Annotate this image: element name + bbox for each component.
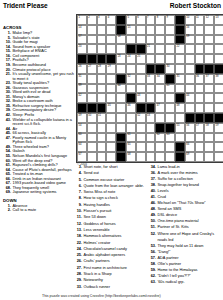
cell-number: 17 [78, 35, 81, 38]
white-cell [106, 25, 116, 35]
white-cell [214, 44, 223, 54]
white-cell [146, 84, 156, 94]
white-cell: 52 [136, 113, 146, 123]
white-cell [204, 44, 214, 54]
white-cell [97, 84, 107, 94]
white-cell [87, 152, 97, 162]
white-cell [126, 64, 136, 74]
white-cell: 6 [136, 15, 146, 25]
white-cell [195, 54, 205, 64]
white-cell [175, 113, 185, 123]
cell-number: 68 [127, 153, 130, 156]
white-cell [106, 84, 116, 94]
white-cell: 16 [185, 25, 195, 35]
white-cell [214, 103, 223, 113]
white-cell: 24 [126, 54, 136, 64]
cell-number: 64 [78, 143, 81, 146]
white-cell: 2 [87, 15, 97, 25]
cell-number: 12 [206, 16, 209, 19]
cell-number: 60 [78, 133, 81, 136]
clue-item: 33.Outback runner [74, 284, 146, 290]
white-cell [87, 142, 97, 152]
white-cell [195, 84, 205, 94]
white-cell [146, 35, 156, 45]
white-cell: 25 [136, 54, 146, 64]
black-cell [195, 64, 205, 74]
white-cell: 46 [126, 103, 136, 113]
white-cell [87, 133, 97, 143]
clue-item: 55.Nelson Mandela's first language [3, 154, 74, 159]
cell-number: 30 [167, 65, 170, 68]
black-cell [175, 152, 185, 162]
white-cell [136, 25, 146, 35]
black-cell [87, 54, 97, 64]
white-cell: 1 [77, 15, 87, 25]
white-cell: 36 [195, 74, 205, 84]
black-cell [136, 44, 146, 54]
cell-number: 52 [137, 114, 140, 117]
black-cell [116, 15, 126, 25]
white-cell [204, 103, 214, 113]
clue-item: 43.Wielder of a collapsible katana in a … [3, 118, 74, 127]
white-cell: 43 [136, 93, 146, 103]
white-cell: 7 [146, 15, 156, 25]
white-cell [214, 54, 223, 64]
white-cell: 8 [155, 15, 165, 25]
clue-item: 69.Japanese writing systems [3, 190, 74, 195]
white-cell [175, 133, 185, 143]
white-cell [195, 93, 205, 103]
white-cell: 47 [155, 103, 165, 113]
white-cell [87, 74, 97, 84]
puzzle-author: Robert Stockton [170, 2, 221, 10]
white-cell [106, 113, 116, 123]
black-cell [214, 113, 223, 123]
white-cell [185, 54, 195, 64]
white-cell [97, 44, 107, 54]
white-cell [155, 93, 165, 103]
white-cell [214, 133, 223, 143]
white-cell [204, 142, 214, 152]
white-cell [185, 103, 195, 113]
white-cell [116, 113, 126, 123]
white-cell: 50 [87, 113, 97, 123]
black-cell [175, 25, 185, 35]
black-cell [204, 64, 214, 74]
clue-number: 21. [3, 72, 11, 77]
white-cell: 42 [77, 93, 87, 103]
white-cell [214, 152, 223, 162]
white-cell: 65 [126, 142, 136, 152]
white-cell [195, 44, 205, 54]
white-cell: 13 [214, 15, 223, 25]
white-cell: 60 [77, 133, 87, 143]
white-cell: 64 [77, 142, 87, 152]
cell-number: 35 [176, 75, 179, 78]
white-cell [155, 152, 165, 162]
white-cell: 48 [175, 103, 185, 113]
cell-number: 20 [78, 45, 81, 48]
across-header: ACROSS [3, 25, 74, 30]
cell-number: 46 [127, 104, 130, 107]
cell-number: 62 [157, 133, 160, 136]
white-cell [185, 44, 195, 54]
white-cell [126, 35, 136, 45]
white-cell: 49 [77, 113, 87, 123]
cell-number: 66 [186, 143, 189, 146]
cell-number: 21 [147, 45, 150, 48]
cell-number: 57 [196, 124, 199, 127]
white-cell: 62 [155, 133, 165, 143]
black-cell [116, 142, 126, 152]
black-cell [77, 103, 87, 113]
cell-number: 39 [78, 84, 81, 87]
cell-number: 10 [186, 16, 189, 19]
cell-number: 63 [167, 133, 170, 136]
white-cell [165, 93, 175, 103]
white-cell [116, 103, 126, 113]
clue-item: 47.Poorly named castle in a Monty Python… [3, 136, 74, 145]
white-cell [136, 152, 146, 162]
white-cell [97, 123, 107, 133]
white-cell [214, 93, 223, 103]
white-cell: 56 [185, 123, 195, 133]
clue-number: 33. [74, 284, 82, 290]
black-cell [116, 74, 126, 84]
white-cell [97, 93, 107, 103]
white-cell [136, 35, 146, 45]
cell-number: 8 [157, 16, 159, 19]
white-cell [185, 74, 195, 84]
white-cell: 4 [106, 15, 116, 25]
white-cell [165, 152, 175, 162]
white-cell [146, 133, 156, 143]
white-cell [175, 64, 185, 74]
cell-number: 7 [147, 16, 149, 19]
cell-number: 44 [186, 94, 189, 97]
white-cell [204, 133, 214, 143]
white-cell [214, 84, 223, 94]
white-cell: 45 [106, 103, 116, 113]
cell-number: 25 [137, 55, 140, 58]
black-cell [136, 103, 146, 113]
black-cell [106, 54, 116, 64]
white-cell [185, 84, 195, 94]
white-cell: 63 [165, 133, 175, 143]
white-cell [126, 84, 136, 94]
black-cell [165, 123, 175, 133]
white-cell [126, 113, 136, 123]
black-cell [97, 54, 107, 64]
white-cell [155, 113, 165, 123]
cell-number: 43 [137, 94, 140, 97]
white-cell [195, 25, 205, 35]
white-cell: 14 [77, 25, 87, 35]
white-cell [155, 25, 165, 35]
black-cell [155, 64, 165, 74]
cell-number: 45 [108, 104, 111, 107]
cell-number: 49 [78, 114, 81, 117]
down-clue-list-left: 1.Absence2.Call to a mate [3, 204, 74, 213]
white-cell: 39 [77, 84, 87, 94]
white-cell: 18 [116, 35, 126, 45]
white-cell [165, 113, 175, 123]
cell-number: 61 [127, 133, 130, 136]
clue-item: 2.Call to a mate [3, 208, 74, 213]
white-cell [195, 142, 205, 152]
white-cell: 23 [116, 54, 126, 64]
cell-number: 48 [176, 104, 179, 107]
white-cell [87, 44, 97, 54]
white-cell [204, 152, 214, 162]
white-cell: 41 [165, 84, 175, 94]
clue-number: 43. [3, 118, 11, 123]
down-clue-list-right: 34.Lama lead-in36.A mark over the minims… [148, 164, 222, 285]
white-cell: 53 [146, 113, 156, 123]
white-cell [87, 35, 97, 45]
white-cell: 69 [185, 152, 195, 162]
cell-number: 56 [186, 124, 189, 127]
cell-number: 11 [196, 16, 199, 19]
white-cell: 35 [175, 74, 185, 84]
cell-number: 2 [88, 16, 90, 19]
clue-number: 63. [148, 279, 156, 285]
white-cell [136, 133, 146, 143]
white-cell: 40 [116, 84, 126, 94]
white-cell [146, 93, 156, 103]
white-cell [106, 74, 116, 84]
white-cell [126, 123, 136, 133]
cell-number: 38 [216, 75, 219, 78]
white-cell [146, 54, 156, 64]
clue-number: 69. [3, 190, 11, 195]
white-cell: 29 [106, 64, 116, 74]
cell-number: 47 [157, 104, 160, 107]
cell-number: 15 [127, 26, 130, 29]
white-cell [116, 64, 126, 74]
cell-number: 37 [206, 75, 209, 78]
cell-number: 3 [98, 16, 100, 19]
clue-number: 47. [3, 136, 11, 141]
cell-number: 27 [88, 65, 91, 68]
cell-number: 59 [216, 124, 219, 127]
white-cell [204, 84, 214, 94]
cell-number: 19 [186, 35, 189, 38]
crossword-grid: 1234567891011121314151617181920212223242… [76, 14, 223, 163]
white-cell: 17 [77, 35, 87, 45]
white-cell [97, 74, 107, 84]
white-cell: 67 [77, 152, 87, 162]
cell-number: 16 [186, 26, 189, 29]
white-cell: 33 [146, 74, 156, 84]
cell-number: 67 [78, 153, 81, 156]
white-cell: 44 [185, 93, 195, 103]
white-cell [97, 35, 107, 45]
white-cell [136, 123, 146, 133]
black-cell [126, 44, 136, 54]
black-cell [87, 103, 97, 113]
cell-number: 24 [127, 55, 130, 58]
clue-number: 2. [3, 208, 11, 213]
white-cell: 22 [175, 44, 185, 54]
white-cell [87, 123, 97, 133]
white-cell [214, 35, 223, 45]
black-cell [146, 64, 156, 74]
white-cell [155, 35, 165, 45]
white-cell: 26 [77, 64, 87, 74]
white-cell [106, 123, 116, 133]
black-cell [175, 35, 185, 45]
white-cell: 5 [126, 15, 136, 25]
white-cell: 3 [97, 15, 107, 25]
white-cell [97, 25, 107, 35]
white-cell [155, 84, 165, 94]
black-cell [175, 15, 185, 25]
white-cell [106, 152, 116, 162]
white-cell: 34 [155, 74, 165, 84]
white-cell [116, 44, 126, 54]
black-cell [165, 74, 175, 84]
white-cell: 58 [204, 123, 214, 133]
cell-number: 32 [127, 75, 130, 78]
down-clue-list-middle: 3.Short note, for short4.Send out5.Commo… [74, 164, 146, 290]
white-cell [87, 93, 97, 103]
white-cell: 31 [77, 74, 87, 84]
down-header: DOWN [3, 198, 74, 203]
black-cell [116, 25, 126, 35]
white-cell: 27 [87, 64, 97, 74]
white-cell [165, 44, 175, 54]
cell-number: 69 [186, 153, 189, 156]
white-cell [87, 25, 97, 35]
cell-number: 6 [137, 16, 139, 19]
cell-number: 54 [78, 124, 81, 127]
white-cell: 37 [204, 74, 214, 84]
white-cell [155, 142, 165, 152]
white-cell [185, 64, 195, 74]
white-cell: 66 [185, 142, 195, 152]
white-cell: 61 [126, 133, 136, 143]
white-cell [175, 54, 185, 64]
cell-number: 36 [196, 75, 199, 78]
black-cell [214, 64, 223, 74]
cell-number: 53 [147, 114, 150, 117]
cell-number: 65 [127, 143, 130, 146]
clue-item: 52.Where one of Hope and Crosby's roads … [148, 231, 222, 243]
cell-number: 5 [127, 16, 129, 19]
white-cell [165, 35, 175, 45]
cell-number: 51 [98, 114, 101, 117]
white-cell: 12 [204, 15, 214, 25]
clue-item: 21.It's usually unwelcome, yet you rush … [3, 72, 74, 81]
white-cell [185, 133, 195, 143]
white-cell: 30 [165, 64, 175, 74]
cell-number: 42 [78, 94, 81, 97]
white-cell [175, 84, 185, 94]
black-cell [175, 142, 185, 152]
cell-number: 28 [98, 65, 101, 68]
cell-number: 14 [78, 26, 81, 29]
white-cell [116, 93, 126, 103]
white-cell: 54 [77, 123, 87, 133]
white-cell [106, 35, 116, 45]
cell-number: 34 [157, 75, 160, 78]
white-cell [146, 25, 156, 35]
white-cell [106, 44, 116, 54]
white-cell [87, 84, 97, 94]
white-cell [204, 93, 214, 103]
cell-number: 41 [167, 84, 170, 87]
white-cell [165, 142, 175, 152]
white-cell: 55 [175, 123, 185, 133]
white-cell [155, 54, 165, 64]
white-cell [116, 123, 126, 133]
black-cell [126, 93, 136, 103]
cell-number: 26 [78, 65, 81, 68]
white-cell [136, 84, 146, 94]
white-cell: 28 [97, 64, 107, 74]
puzzle-title: Trident Please [3, 2, 48, 10]
white-cell [136, 64, 146, 74]
white-cell: 57 [195, 123, 205, 133]
white-cell [136, 74, 146, 84]
white-cell: 68 [126, 152, 136, 162]
white-cell [195, 35, 205, 45]
white-cell [97, 152, 107, 162]
white-cell: 19 [185, 35, 195, 45]
white-cell [97, 142, 107, 152]
clue-column-middle: 3.Short note, for short4.Send out5.Commo… [74, 164, 146, 290]
cell-number: 55 [176, 124, 179, 127]
white-cell [195, 103, 205, 113]
black-cell [146, 103, 156, 113]
black-cell [175, 93, 185, 103]
clue-column-right: 34.Lama lead-in36.A mark over the minims… [148, 164, 222, 285]
white-cell [204, 25, 214, 35]
white-cell [146, 142, 156, 152]
white-cell [106, 133, 116, 143]
cell-number: 22 [176, 45, 179, 48]
white-cell [136, 142, 146, 152]
white-cell: 10 [185, 15, 195, 25]
white-cell: 15 [126, 25, 136, 35]
clue-number: 52. [148, 231, 156, 237]
footer-credit: This puzzle was created using Crossfire … [42, 294, 161, 298]
white-cell: 9 [165, 15, 175, 25]
clue-item: 63.'60s radical grp. [148, 279, 222, 285]
cell-number: 4 [108, 16, 110, 19]
across-clue-list: 1.Make limp?5.Salvador's state10.Guide f… [3, 31, 74, 195]
white-cell [214, 25, 223, 35]
white-cell [195, 152, 205, 162]
white-cell [195, 133, 205, 143]
white-cell [214, 142, 223, 152]
white-cell: 20 [77, 44, 87, 54]
white-cell [204, 35, 214, 45]
clue-column-left: ACROSS 1.Make limp?5.Salvador's state10.… [3, 25, 74, 213]
black-cell [185, 113, 195, 123]
white-cell [146, 123, 156, 133]
black-cell [204, 113, 214, 123]
white-cell: 11 [195, 15, 205, 25]
cell-number: 31 [78, 75, 81, 78]
cell-number: 13 [216, 16, 219, 19]
white-cell: 38 [214, 74, 223, 84]
black-cell [155, 123, 165, 133]
cell-number: 1 [78, 16, 80, 19]
black-cell [195, 113, 205, 123]
white-cell [97, 133, 107, 143]
